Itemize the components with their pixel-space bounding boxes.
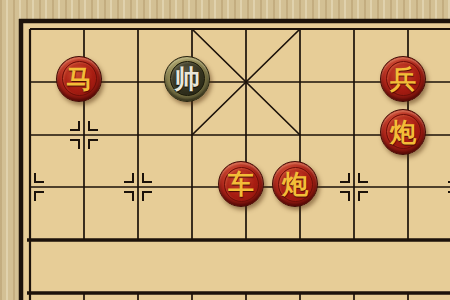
- piece-red-cannon-right[interactable]: 炮: [380, 109, 426, 155]
- piece-face: 炮: [386, 114, 421, 149]
- piece-face: 炮: [278, 167, 313, 202]
- xiangqi-board-screen: 马帅兵炮车炮: [0, 0, 450, 300]
- piece-glyph: 炮: [282, 171, 308, 197]
- piece-face: 车: [224, 167, 259, 202]
- piece-face: 马: [62, 61, 97, 96]
- piece-red-chariot[interactable]: 车: [218, 161, 264, 207]
- piece-glyph: 帅: [174, 66, 200, 92]
- board-cell-f5-r3[interactable]: 炮: [273, 161, 327, 214]
- piece-red-cannon-mid[interactable]: 炮: [272, 161, 318, 207]
- board-cell-f4-r3[interactable]: 车: [219, 161, 273, 214]
- piece-dark-general[interactable]: 帅: [164, 56, 210, 102]
- board-cell-f7-r2[interactable]: 炮: [381, 108, 435, 161]
- pieces-layer: 马帅兵炮车炮: [3, 3, 450, 300]
- piece-face: 帅: [170, 61, 205, 96]
- board-cell-f7-r1[interactable]: 兵: [381, 55, 435, 108]
- piece-glyph: 兵: [390, 66, 416, 92]
- piece-face: 兵: [386, 61, 421, 96]
- piece-glyph: 马: [66, 66, 92, 92]
- piece-red-soldier[interactable]: 兵: [380, 56, 426, 102]
- piece-glyph: 车: [228, 171, 254, 197]
- board-cell-f1-r1[interactable]: 马: [57, 55, 111, 108]
- piece-glyph: 炮: [390, 119, 416, 145]
- board-cell-f3-r1[interactable]: 帅: [165, 55, 219, 108]
- piece-red-horse[interactable]: 马: [56, 56, 102, 102]
